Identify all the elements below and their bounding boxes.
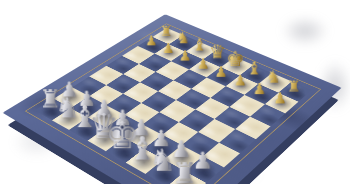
chess-board: ♜♞♝♛♚♝♞♜♟♟♟♟♟♟♟♟♟♟♟♟♟♟♟♟♜♞♝♛♚♝♞♜ xyxy=(3,14,342,184)
board-frame: ♜♞♝♛♚♝♞♜♟♟♟♟♟♟♟♟♟♟♟♟♟♟♟♟♜♞♝♛♚♝♞♜ xyxy=(3,14,342,184)
piece-white-rook[interactable]: ♜ xyxy=(165,160,204,184)
chess-set-product-photo: ♜♞♝♛♚♝♞♜♟♟♟♟♟♟♟♟♟♟♟♟♟♟♟♟♜♞♝♛♚♝♞♜ xyxy=(0,0,350,184)
scene: ♜♞♝♛♚♝♞♜♟♟♟♟♟♟♟♟♟♟♟♟♟♟♟♟♜♞♝♛♚♝♞♜ xyxy=(0,0,350,184)
piece-black-pawn[interactable]: ♟ xyxy=(263,91,297,106)
square-h1[interactable]: ♜ xyxy=(167,171,207,184)
